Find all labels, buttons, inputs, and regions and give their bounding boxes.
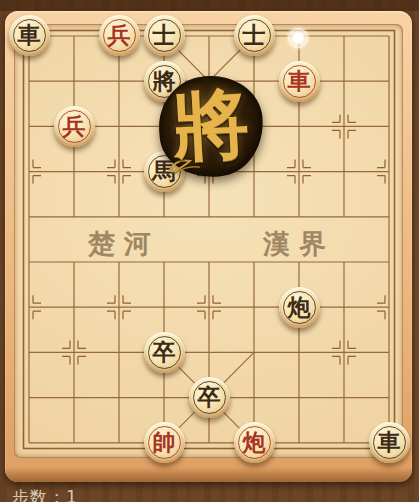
move-count-label: 步数：1 xyxy=(12,486,78,502)
check-text: 將 xyxy=(170,73,251,180)
piece-black-advisor[interactable]: 士 xyxy=(144,15,185,56)
piece-red-chariot[interactable]: 車 xyxy=(279,61,320,102)
piece-glyph: 士 xyxy=(243,24,266,47)
piece-black-advisor[interactable]: 士 xyxy=(234,15,275,56)
piece-glyph: 車 xyxy=(288,69,311,92)
piece-glyph: 士 xyxy=(153,24,176,47)
piece-glyph: 車 xyxy=(18,24,41,47)
piece-black-soldier[interactable]: 卒 xyxy=(144,332,185,373)
app-screen: 楚河 漢界 車兵士士將車兵馬炮卒卒帥炮車 將 步数：1 xyxy=(0,0,419,502)
piece-glyph: 兵 xyxy=(108,24,131,47)
piece-red-soldier[interactable]: 兵 xyxy=(99,15,140,56)
piece-red-cannon[interactable]: 炮 xyxy=(234,422,275,463)
piece-glyph: 帥 xyxy=(153,431,176,454)
piece-glyph: 炮 xyxy=(243,431,266,454)
piece-black-chariot[interactable]: 車 xyxy=(369,422,410,463)
piece-glyph: 車 xyxy=(378,431,401,454)
piece-glyph: 炮 xyxy=(288,295,311,318)
piece-black-soldier[interactable]: 卒 xyxy=(189,377,230,418)
piece-red-general[interactable]: 帥 xyxy=(144,422,185,463)
piece-glyph: 卒 xyxy=(198,385,221,408)
piece-red-soldier[interactable]: 兵 xyxy=(54,106,95,147)
piece-glyph: 兵 xyxy=(63,114,86,137)
move-origin-sparkle-icon xyxy=(285,25,311,51)
piece-glyph: 卒 xyxy=(153,340,176,363)
piece-black-cannon[interactable]: 炮 xyxy=(279,287,320,328)
piece-black-chariot[interactable]: 車 xyxy=(9,15,50,56)
